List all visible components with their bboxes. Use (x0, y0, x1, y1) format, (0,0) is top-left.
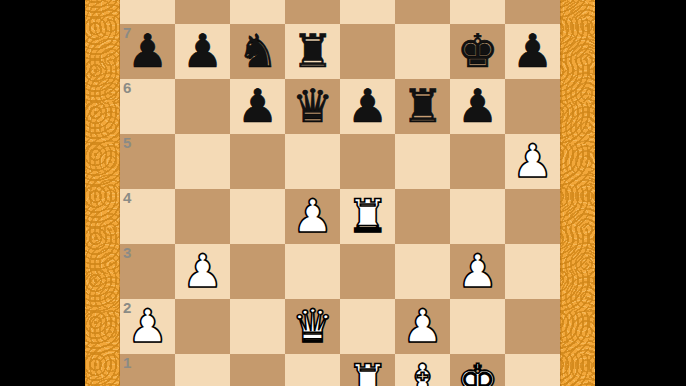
square-g1[interactable]: ♚ (450, 354, 505, 386)
white-king-g1[interactable]: ♚ (457, 354, 498, 386)
square-e7[interactable] (340, 24, 395, 79)
square-f4[interactable] (395, 189, 450, 244)
square-c3[interactable] (230, 244, 285, 299)
white-pawn-f2[interactable]: ♟ (402, 299, 443, 354)
white-rook-e1[interactable]: ♜ (347, 354, 388, 386)
square-b7[interactable]: ♟ (175, 24, 230, 79)
square-e8[interactable] (340, 0, 395, 24)
square-b4[interactable] (175, 189, 230, 244)
square-g7[interactable]: ♚ (450, 24, 505, 79)
square-b3[interactable]: ♟ (175, 244, 230, 299)
square-e2[interactable] (340, 299, 395, 354)
square-e5[interactable] (340, 134, 395, 189)
square-a7[interactable]: 7♟ (120, 24, 175, 79)
chess-board: 87♟♟♞♜♚♟6♟♛♟♜♟5♟4♟♜3♟♟2♟♛♟1♜♝♚ (120, 0, 560, 386)
square-g3[interactable]: ♟ (450, 244, 505, 299)
square-e6[interactable]: ♟ (340, 79, 395, 134)
square-d1[interactable] (285, 354, 340, 386)
square-b2[interactable] (175, 299, 230, 354)
black-pawn-c6[interactable]: ♟ (237, 79, 278, 134)
square-h7[interactable]: ♟ (505, 24, 560, 79)
black-king-g7[interactable]: ♚ (457, 24, 498, 79)
square-h6[interactable] (505, 79, 560, 134)
square-d7[interactable]: ♜ (285, 24, 340, 79)
square-h3[interactable] (505, 244, 560, 299)
square-d6[interactable]: ♛ (285, 79, 340, 134)
square-a2[interactable]: 2♟ (120, 299, 175, 354)
square-c8[interactable] (230, 0, 285, 24)
black-pawn-e6[interactable]: ♟ (347, 79, 388, 134)
square-h4[interactable] (505, 189, 560, 244)
square-h8[interactable] (505, 0, 560, 24)
rank-label-1: 1 (123, 354, 131, 371)
square-e3[interactable] (340, 244, 395, 299)
square-a3[interactable]: 3 (120, 244, 175, 299)
square-g5[interactable] (450, 134, 505, 189)
square-f8[interactable] (395, 0, 450, 24)
rank-label-4: 4 (123, 189, 131, 206)
square-c6[interactable]: ♟ (230, 79, 285, 134)
square-c4[interactable] (230, 189, 285, 244)
square-b5[interactable] (175, 134, 230, 189)
white-bishop-f1[interactable]: ♝ (402, 354, 443, 386)
square-g4[interactable] (450, 189, 505, 244)
black-pawn-a7[interactable]: ♟ (127, 24, 168, 79)
white-pawn-g3[interactable]: ♟ (457, 244, 498, 299)
rank-label-6: 6 (123, 79, 131, 96)
square-a5[interactable]: 5 (120, 134, 175, 189)
black-knight-c7[interactable]: ♞ (237, 24, 278, 79)
square-g2[interactable] (450, 299, 505, 354)
square-h5[interactable]: ♟ (505, 134, 560, 189)
square-b6[interactable] (175, 79, 230, 134)
black-queen-d6[interactable]: ♛ (292, 79, 333, 134)
white-pawn-b3[interactable]: ♟ (182, 244, 223, 299)
square-h2[interactable] (505, 299, 560, 354)
square-h1[interactable] (505, 354, 560, 386)
square-c7[interactable]: ♞ (230, 24, 285, 79)
square-b1[interactable] (175, 354, 230, 386)
letterbox-right (595, 0, 686, 386)
square-d8[interactable] (285, 0, 340, 24)
square-g6[interactable]: ♟ (450, 79, 505, 134)
square-d4[interactable]: ♟ (285, 189, 340, 244)
square-a4[interactable]: 4 (120, 189, 175, 244)
board-border: 87♟♟♞♜♚♟6♟♛♟♜♟5♟4♟♜3♟♟2♟♛♟1♜♝♚ (85, 0, 595, 386)
white-pawn-a2[interactable]: ♟ (127, 299, 168, 354)
black-pawn-g6[interactable]: ♟ (457, 79, 498, 134)
square-f2[interactable]: ♟ (395, 299, 450, 354)
square-f5[interactable] (395, 134, 450, 189)
square-d3[interactable] (285, 244, 340, 299)
square-e1[interactable]: ♜ (340, 354, 395, 386)
rank-label-5: 5 (123, 134, 131, 151)
white-pawn-d4[interactable]: ♟ (292, 189, 333, 244)
square-a1[interactable]: 1 (120, 354, 175, 386)
square-d5[interactable] (285, 134, 340, 189)
square-a6[interactable]: 6 (120, 79, 175, 134)
black-rook-d7[interactable]: ♜ (292, 24, 333, 79)
square-a8[interactable]: 8 (120, 0, 175, 24)
square-b8[interactable] (175, 0, 230, 24)
white-queen-d2[interactable]: ♛ (292, 299, 333, 354)
black-rook-f6[interactable]: ♜ (402, 79, 443, 134)
square-f1[interactable]: ♝ (395, 354, 450, 386)
square-c2[interactable] (230, 299, 285, 354)
white-pawn-h5[interactable]: ♟ (512, 134, 553, 189)
letterbox-left (0, 0, 85, 386)
square-f6[interactable]: ♜ (395, 79, 450, 134)
square-d2[interactable]: ♛ (285, 299, 340, 354)
square-c5[interactable] (230, 134, 285, 189)
square-f7[interactable] (395, 24, 450, 79)
square-e4[interactable]: ♜ (340, 189, 395, 244)
square-g8[interactable] (450, 0, 505, 24)
square-f3[interactable] (395, 244, 450, 299)
screenshot-stage: 87♟♟♞♜♚♟6♟♛♟♜♟5♟4♟♜3♟♟2♟♛♟1♜♝♚ (0, 0, 686, 386)
square-c1[interactable] (230, 354, 285, 386)
black-pawn-h7[interactable]: ♟ (512, 24, 553, 79)
rank-label-3: 3 (123, 244, 131, 261)
white-rook-e4[interactable]: ♜ (347, 189, 388, 244)
black-pawn-b7[interactable]: ♟ (182, 24, 223, 79)
